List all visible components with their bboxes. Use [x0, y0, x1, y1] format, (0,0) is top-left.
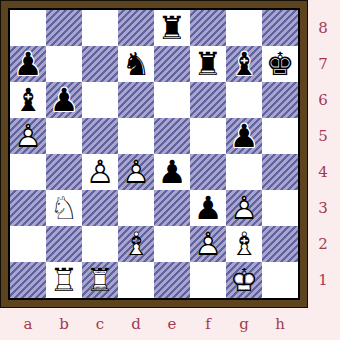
piece-white-pawn[interactable]: ♟♙: [118, 154, 154, 190]
black-pawn-glyph: ♟: [10, 46, 46, 82]
square-h5[interactable]: [262, 118, 298, 154]
square-f8[interactable]: [190, 10, 226, 46]
square-b2[interactable]: [46, 226, 82, 262]
chess-board: ♜♟♞♜♝♚♝♟♟♙♟♟♙♟♙♟♞♘♟♟♙♝♗♟♙♝♗♜♖♜♖♚♔: [8, 8, 300, 300]
square-f5[interactable]: [190, 118, 226, 154]
square-g6[interactable]: [226, 82, 262, 118]
piece-black-rook[interactable]: ♜: [154, 10, 190, 46]
white-pawn-outline: ♙: [118, 154, 154, 190]
square-g2[interactable]: ♝♗: [226, 226, 262, 262]
square-f1[interactable]: [190, 262, 226, 298]
square-e2[interactable]: [154, 226, 190, 262]
square-e5[interactable]: [154, 118, 190, 154]
white-pawn-outline: ♙: [82, 154, 118, 190]
black-knight-glyph: ♞: [118, 46, 154, 82]
square-c3[interactable]: [82, 190, 118, 226]
rank-label-6: 6: [308, 82, 338, 118]
piece-white-pawn[interactable]: ♟♙: [226, 190, 262, 226]
square-g7[interactable]: ♝: [226, 46, 262, 82]
white-bishop-outline: ♗: [226, 226, 262, 262]
rank-label-1: 1: [308, 262, 338, 298]
square-e7[interactable]: [154, 46, 190, 82]
square-f7[interactable]: ♜: [190, 46, 226, 82]
white-knight-outline: ♘: [46, 190, 82, 226]
white-pawn-outline: ♙: [226, 190, 262, 226]
square-g1[interactable]: ♚♔: [226, 262, 262, 298]
black-pawn-glyph: ♟: [46, 82, 82, 118]
rank-label-5: 5: [308, 118, 338, 154]
black-bishop-glyph: ♝: [10, 82, 46, 118]
piece-black-king[interactable]: ♚: [262, 46, 298, 82]
piece-white-rook[interactable]: ♜♖: [46, 262, 82, 298]
piece-white-rook[interactable]: ♜♖: [82, 262, 118, 298]
square-h1[interactable]: [262, 262, 298, 298]
piece-black-rook[interactable]: ♜: [190, 46, 226, 82]
square-d8[interactable]: [118, 10, 154, 46]
square-b4[interactable]: [46, 154, 82, 190]
black-pawn-glyph: ♟: [154, 154, 190, 190]
square-g8[interactable]: [226, 10, 262, 46]
square-h3[interactable]: [262, 190, 298, 226]
square-a2[interactable]: [10, 226, 46, 262]
file-label-d: d: [118, 308, 154, 340]
square-d1[interactable]: [118, 262, 154, 298]
square-e4[interactable]: ♟: [154, 154, 190, 190]
rank-label-3: 3: [308, 190, 338, 226]
square-c2[interactable]: [82, 226, 118, 262]
square-a3[interactable]: [10, 190, 46, 226]
piece-white-pawn[interactable]: ♟♙: [190, 226, 226, 262]
square-h6[interactable]: [262, 82, 298, 118]
square-c7[interactable]: [82, 46, 118, 82]
file-label-b: b: [46, 308, 82, 340]
square-a8[interactable]: [10, 10, 46, 46]
square-f2[interactable]: ♟♙: [190, 226, 226, 262]
piece-white-bishop[interactable]: ♝♗: [226, 226, 262, 262]
square-a5[interactable]: ♟♙: [10, 118, 46, 154]
rank-label-4: 4: [308, 154, 338, 190]
square-h7[interactable]: ♚: [262, 46, 298, 82]
square-f6[interactable]: [190, 82, 226, 118]
square-g5[interactable]: ♟: [226, 118, 262, 154]
black-rook-glyph: ♜: [154, 10, 190, 46]
file-label-e: e: [154, 308, 190, 340]
white-bishop-outline: ♗: [118, 226, 154, 262]
rank-labels: 87654321: [308, 10, 338, 298]
square-g4[interactable]: [226, 154, 262, 190]
square-b8[interactable]: [46, 10, 82, 46]
square-b1[interactable]: ♜♖: [46, 262, 82, 298]
piece-white-pawn[interactable]: ♟♙: [10, 118, 46, 154]
square-d5[interactable]: [118, 118, 154, 154]
file-label-g: g: [226, 308, 262, 340]
white-rook-outline: ♖: [82, 262, 118, 298]
piece-white-bishop[interactable]: ♝♗: [118, 226, 154, 262]
square-a7[interactable]: ♟: [10, 46, 46, 82]
piece-white-knight[interactable]: ♞♘: [46, 190, 82, 226]
piece-black-bishop[interactable]: ♝: [10, 82, 46, 118]
rank-label-8: 8: [308, 10, 338, 46]
square-b5[interactable]: [46, 118, 82, 154]
square-c8[interactable]: [82, 10, 118, 46]
square-h4[interactable]: [262, 154, 298, 190]
chessboard-window: ♜♟♞♜♝♚♝♟♟♙♟♟♙♟♙♟♞♘♟♟♙♝♗♟♙♝♗♜♖♜♖♚♔ 876543…: [0, 0, 340, 340]
square-a1[interactable]: [10, 262, 46, 298]
black-pawn-glyph: ♟: [190, 190, 226, 226]
piece-black-pawn[interactable]: ♟: [154, 154, 190, 190]
file-label-f: f: [190, 308, 226, 340]
square-e3[interactable]: [154, 190, 190, 226]
square-e1[interactable]: [154, 262, 190, 298]
square-f3[interactable]: ♟: [190, 190, 226, 226]
piece-black-pawn[interactable]: ♟: [46, 82, 82, 118]
rank-label-7: 7: [308, 46, 338, 82]
square-c5[interactable]: [82, 118, 118, 154]
square-c6[interactable]: [82, 82, 118, 118]
piece-black-bishop[interactable]: ♝: [226, 46, 262, 82]
square-d3[interactable]: [118, 190, 154, 226]
rank-label-2: 2: [308, 226, 338, 262]
square-a4[interactable]: [10, 154, 46, 190]
square-d7[interactable]: ♞: [118, 46, 154, 82]
black-rook-glyph: ♜: [190, 46, 226, 82]
black-king-glyph: ♚: [262, 46, 298, 82]
square-b3[interactable]: ♞♘: [46, 190, 82, 226]
white-pawn-outline: ♙: [10, 118, 46, 154]
square-c1[interactable]: ♜♖: [82, 262, 118, 298]
square-c4[interactable]: ♟♙: [82, 154, 118, 190]
square-h2[interactable]: [262, 226, 298, 262]
piece-white-pawn[interactable]: ♟♙: [82, 154, 118, 190]
piece-white-king[interactable]: ♚♔: [226, 262, 262, 298]
piece-black-pawn[interactable]: ♟: [190, 190, 226, 226]
black-bishop-glyph: ♝: [226, 46, 262, 82]
board-frame: ♜♟♞♜♝♚♝♟♟♙♟♟♙♟♙♟♞♘♟♟♙♝♗♟♙♝♗♜♖♜♖♚♔: [0, 0, 308, 308]
file-label-c: c: [82, 308, 118, 340]
black-pawn-glyph: ♟: [226, 118, 262, 154]
square-f4[interactable]: [190, 154, 226, 190]
file-label-a: a: [10, 308, 46, 340]
file-label-h: h: [262, 308, 298, 340]
square-d4[interactable]: ♟♙: [118, 154, 154, 190]
square-h8[interactable]: [262, 10, 298, 46]
square-g3[interactable]: ♟♙: [226, 190, 262, 226]
piece-black-knight[interactable]: ♞: [118, 46, 154, 82]
square-e8[interactable]: ♜: [154, 10, 190, 46]
white-pawn-outline: ♙: [190, 226, 226, 262]
white-king-outline: ♔: [226, 262, 262, 298]
square-a6[interactable]: ♝: [10, 82, 46, 118]
square-b7[interactable]: [46, 46, 82, 82]
square-d2[interactable]: ♝♗: [118, 226, 154, 262]
piece-black-pawn[interactable]: ♟: [226, 118, 262, 154]
square-b6[interactable]: ♟: [46, 82, 82, 118]
piece-black-pawn[interactable]: ♟: [10, 46, 46, 82]
square-d6[interactable]: [118, 82, 154, 118]
file-labels: abcdefgh: [10, 308, 298, 340]
white-rook-outline: ♖: [46, 262, 82, 298]
square-e6[interactable]: [154, 82, 190, 118]
